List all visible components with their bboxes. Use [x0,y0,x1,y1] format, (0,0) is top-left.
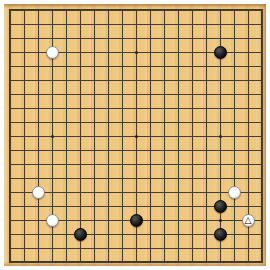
grid-line-horizontal [10,94,262,95]
grid-line-vertical [10,10,11,262]
star-point [219,135,222,138]
grid-line-horizontal [10,122,262,123]
stone-black[interactable] [74,228,87,241]
stone-white[interactable]: △ [242,214,255,227]
stone-black[interactable] [214,200,227,213]
grid-line-horizontal [10,192,262,193]
grid-line-vertical [122,10,123,262]
grid-line-vertical [150,10,151,262]
grid-line-vertical [80,10,81,262]
stone-white[interactable] [46,46,59,59]
grid-line-vertical [24,10,25,262]
grid-line-horizontal [10,10,262,11]
grid-line-vertical [38,10,39,262]
grid-line-vertical [192,10,193,262]
star-point [51,135,54,138]
stone-black[interactable] [214,228,227,241]
stone-black[interactable] [214,46,227,59]
star-point [219,219,222,222]
grid-line-vertical [108,10,109,262]
grid-line-vertical [178,10,179,262]
grid-line-horizontal [10,262,262,263]
grid-line-vertical [234,10,235,262]
stone-black[interactable] [130,214,143,227]
grid-line-vertical [94,10,95,262]
grid-line-horizontal [10,108,262,109]
grid-line-vertical [206,10,207,262]
grid-line-horizontal [10,66,262,67]
triangle-mark-icon: △ [243,215,254,226]
star-point [135,135,138,138]
grid-line-horizontal [10,150,262,151]
grid-line-horizontal [10,24,262,25]
grid-line-horizontal [10,38,262,39]
grid-line-horizontal [10,136,262,137]
grid-line-horizontal [10,80,262,81]
grid-line-vertical [164,10,165,262]
board-frame: △ [0,0,270,270]
stone-white[interactable] [228,186,241,199]
grid-line-horizontal [10,248,262,249]
go-board[interactable]: △ [4,4,266,266]
grid-line-horizontal [10,178,262,179]
grid-line-horizontal [10,164,262,165]
stone-white[interactable] [46,214,59,227]
stone-white[interactable] [32,186,45,199]
grid-line-vertical [66,10,67,262]
star-point [135,51,138,54]
grid-line-vertical [262,10,263,262]
